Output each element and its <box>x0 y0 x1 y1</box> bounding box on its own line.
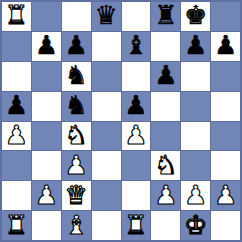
square-e6[interactable] <box>122 62 151 91</box>
square-f6[interactable]: ♟ <box>151 62 180 91</box>
square-g2[interactable]: ♟ <box>181 181 210 210</box>
square-f1[interactable] <box>151 211 180 240</box>
square-c1[interactable]: ♝ <box>62 211 91 240</box>
chess-board: ♜♛♜♚♟♟♝♟♟♞♟♟♞♟♟♞♟♟♞♟♛♟♟♟♜♝♜♚ <box>0 0 242 242</box>
square-g8[interactable]: ♚ <box>181 2 210 31</box>
square-h7[interactable]: ♟ <box>211 32 240 61</box>
square-h5[interactable] <box>211 92 240 121</box>
square-d2[interactable] <box>92 181 121 210</box>
square-b7[interactable]: ♟ <box>32 32 61 61</box>
square-a2[interactable] <box>2 181 31 210</box>
square-d4[interactable] <box>92 122 121 151</box>
piece-black-knight[interactable]: ♞ <box>65 62 88 88</box>
square-h6[interactable] <box>211 62 240 91</box>
piece-black-rook[interactable]: ♜ <box>154 2 177 28</box>
square-c3[interactable]: ♟ <box>62 151 91 180</box>
square-d1[interactable] <box>92 211 121 240</box>
piece-white-knight[interactable]: ♞ <box>154 152 177 178</box>
piece-white-pawn[interactable]: ♟ <box>184 182 207 208</box>
piece-black-pawn[interactable]: ♟ <box>124 92 147 118</box>
square-c7[interactable]: ♟ <box>62 32 91 61</box>
square-g3[interactable] <box>181 151 210 180</box>
square-a1[interactable]: ♜ <box>2 211 31 240</box>
piece-white-pawn[interactable]: ♟ <box>65 152 88 178</box>
piece-white-queen[interactable]: ♛ <box>65 182 88 208</box>
square-a8[interactable]: ♜ <box>2 2 31 31</box>
square-b8[interactable] <box>32 2 61 31</box>
piece-black-pawn[interactable]: ♟ <box>184 32 207 58</box>
square-f3[interactable]: ♞ <box>151 151 180 180</box>
piece-white-pawn[interactable]: ♟ <box>124 122 147 148</box>
square-h1[interactable] <box>211 211 240 240</box>
square-a3[interactable] <box>2 151 31 180</box>
square-c5[interactable]: ♞ <box>62 92 91 121</box>
square-c6[interactable]: ♞ <box>62 62 91 91</box>
square-a4[interactable]: ♟ <box>2 122 31 151</box>
square-e1[interactable]: ♜ <box>122 211 151 240</box>
square-e5[interactable]: ♟ <box>122 92 151 121</box>
square-e2[interactable] <box>122 181 151 210</box>
square-b5[interactable] <box>32 92 61 121</box>
piece-white-king[interactable]: ♚ <box>184 212 207 238</box>
piece-black-bishop[interactable]: ♝ <box>124 32 147 58</box>
square-f7[interactable] <box>151 32 180 61</box>
piece-black-pawn[interactable]: ♟ <box>214 32 237 58</box>
square-h4[interactable] <box>211 122 240 151</box>
piece-white-pawn[interactable]: ♟ <box>154 182 177 208</box>
square-g6[interactable] <box>181 62 210 91</box>
square-g7[interactable]: ♟ <box>181 32 210 61</box>
square-f4[interactable] <box>151 122 180 151</box>
square-g5[interactable] <box>181 92 210 121</box>
square-d5[interactable] <box>92 92 121 121</box>
square-c4[interactable]: ♞ <box>62 122 91 151</box>
piece-black-knight[interactable]: ♞ <box>65 92 88 118</box>
square-a5[interactable]: ♟ <box>2 92 31 121</box>
square-g1[interactable]: ♚ <box>181 211 210 240</box>
square-d7[interactable] <box>92 32 121 61</box>
square-b2[interactable]: ♟ <box>32 181 61 210</box>
square-h8[interactable] <box>211 2 240 31</box>
square-d6[interactable] <box>92 62 121 91</box>
piece-white-rook[interactable]: ♜ <box>5 2 28 28</box>
piece-black-pawn[interactable]: ♟ <box>154 62 177 88</box>
piece-black-pawn[interactable]: ♟ <box>5 92 28 118</box>
piece-black-king[interactable]: ♚ <box>184 2 207 28</box>
square-c2[interactable]: ♛ <box>62 181 91 210</box>
square-b1[interactable] <box>32 211 61 240</box>
square-h3[interactable] <box>211 151 240 180</box>
square-b6[interactable] <box>32 62 61 91</box>
square-e3[interactable] <box>122 151 151 180</box>
piece-white-bishop[interactable]: ♝ <box>65 212 88 238</box>
piece-white-rook[interactable]: ♜ <box>5 212 28 238</box>
piece-black-pawn[interactable]: ♟ <box>35 32 58 58</box>
piece-black-queen[interactable]: ♛ <box>94 2 117 28</box>
piece-white-pawn[interactable]: ♟ <box>35 182 58 208</box>
piece-white-rook[interactable]: ♜ <box>124 212 147 238</box>
square-d3[interactable] <box>92 151 121 180</box>
piece-black-pawn[interactable]: ♟ <box>65 32 88 58</box>
square-h2[interactable]: ♟ <box>211 181 240 210</box>
square-e8[interactable] <box>122 2 151 31</box>
square-g4[interactable] <box>181 122 210 151</box>
square-b4[interactable] <box>32 122 61 151</box>
piece-white-knight[interactable]: ♞ <box>65 122 88 148</box>
square-b3[interactable] <box>32 151 61 180</box>
piece-white-pawn[interactable]: ♟ <box>214 182 237 208</box>
square-e7[interactable]: ♝ <box>122 32 151 61</box>
square-e4[interactable]: ♟ <box>122 122 151 151</box>
square-f5[interactable] <box>151 92 180 121</box>
square-c8[interactable] <box>62 2 91 31</box>
square-d8[interactable]: ♛ <box>92 2 121 31</box>
square-f8[interactable]: ♜ <box>151 2 180 31</box>
square-a7[interactable] <box>2 32 31 61</box>
square-f2[interactable]: ♟ <box>151 181 180 210</box>
piece-white-pawn[interactable]: ♟ <box>5 122 28 148</box>
square-a6[interactable] <box>2 62 31 91</box>
